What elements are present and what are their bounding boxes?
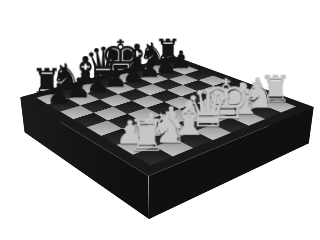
square-a1[interactable]: ♜ [133, 147, 172, 166]
chess-board: ♜♟♟♜♞♟♟♞♝♟♟♝♚♟♟♚♛♟♟♛♝♟♟♝♞♟♟♞♜♟♟♜ [20, 56, 313, 176]
piece-black-pawn-a7[interactable]: ♟ [35, 79, 82, 107]
chess-scene: ♜♟♟♜♞♟♟♞♝♟♟♝♚♟♟♚♛♟♟♛♝♟♟♝♞♟♟♞♜♟♟♜ [0, 0, 320, 240]
piece-white-rook-a1[interactable]: ♜ [118, 114, 175, 158]
